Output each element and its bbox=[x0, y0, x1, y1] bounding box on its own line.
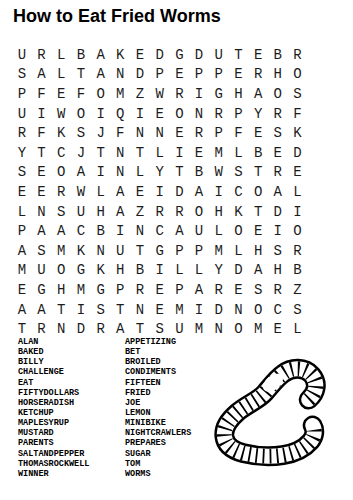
grid-cell[interactable]: K bbox=[71, 241, 91, 261]
grid-cell[interactable]: P bbox=[170, 241, 190, 261]
grid-cell[interactable]: I bbox=[150, 261, 170, 281]
grid-cell[interactable]: A bbox=[110, 202, 130, 222]
grid-cell[interactable]: I bbox=[91, 163, 111, 183]
word-list-item: EAT bbox=[18, 378, 89, 388]
grid-cell[interactable]: L bbox=[288, 319, 308, 339]
grid-cell[interactable]: L bbox=[189, 261, 209, 281]
grid-cell[interactable]: L bbox=[209, 221, 229, 241]
grid-cell[interactable]: O bbox=[229, 221, 249, 241]
grid-cell[interactable]: M bbox=[110, 84, 130, 104]
grid-cell[interactable]: F bbox=[32, 84, 52, 104]
grid-cell[interactable]: T bbox=[32, 143, 52, 163]
word-list-item: WORMS bbox=[125, 469, 191, 479]
grid-cell[interactable]: O bbox=[189, 202, 209, 222]
grid-cell[interactable]: N bbox=[110, 65, 130, 85]
grid-cell[interactable]: N bbox=[150, 123, 170, 143]
grid-cell[interactable]: I bbox=[32, 104, 52, 124]
grid-cell[interactable]: A bbox=[32, 65, 52, 85]
grid-cell[interactable]: O bbox=[51, 261, 71, 281]
grid-cell[interactable]: R bbox=[150, 202, 170, 222]
grid-cell[interactable]: W bbox=[209, 163, 229, 183]
grid-cell[interactable]: T bbox=[248, 202, 268, 222]
grid-cell[interactable]: I bbox=[150, 182, 170, 202]
grid-cell[interactable]: S bbox=[91, 300, 111, 320]
grid-cell[interactable]: F bbox=[32, 123, 52, 143]
grid-cell[interactable]: D bbox=[130, 65, 150, 85]
grid-cell[interactable]: M bbox=[209, 143, 229, 163]
grid-cell[interactable]: N bbox=[130, 221, 150, 241]
grid-cell[interactable]: E bbox=[248, 221, 268, 241]
worksheet-page: How to Eat Fried Worms URLBAKEDGDUTEBRSA… bbox=[0, 0, 353, 500]
grid-cell[interactable]: E bbox=[12, 182, 32, 202]
grid-cell[interactable]: O bbox=[248, 182, 268, 202]
grid-cell[interactable]: P bbox=[209, 123, 229, 143]
grid-cell[interactable]: S bbox=[32, 241, 52, 261]
grid-cell[interactable]: E bbox=[150, 280, 170, 300]
grid-cell[interactable]: U bbox=[189, 221, 209, 241]
word-list-left: ALANBAKEDBILLYCHALLENGEEATFIFTYDOLLARSHO… bbox=[18, 337, 89, 479]
grid-cell[interactable]: E bbox=[170, 65, 190, 85]
grid-cell[interactable]: Z bbox=[130, 84, 150, 104]
grid-cell[interactable]: B bbox=[248, 143, 268, 163]
grid-cell[interactable]: H bbox=[229, 84, 249, 104]
grid-cell[interactable]: R bbox=[32, 319, 52, 339]
grid-cell[interactable]: R bbox=[209, 104, 229, 124]
word-list-item: CHALLENGE bbox=[18, 367, 89, 377]
grid-cell[interactable]: A bbox=[12, 300, 32, 320]
grid-cell[interactable]: U bbox=[12, 45, 32, 65]
grid-cell[interactable]: N bbox=[189, 104, 209, 124]
grid-cell[interactable]: I bbox=[91, 104, 111, 124]
grid-cell[interactable]: H bbox=[268, 261, 288, 281]
grid-cell[interactable]: Y bbox=[209, 261, 229, 281]
grid-cell[interactable]: C bbox=[229, 182, 249, 202]
grid-cell[interactable]: I bbox=[170, 143, 190, 163]
grid-cell[interactable]: R bbox=[91, 319, 111, 339]
grid-cell[interactable]: A bbox=[110, 182, 130, 202]
grid-cell[interactable]: B bbox=[71, 45, 91, 65]
grid-cell[interactable]: A bbox=[110, 319, 130, 339]
worm-illustration bbox=[210, 357, 326, 469]
word-list-item: MAPLESYRUP bbox=[18, 418, 89, 428]
grid-cell[interactable]: K bbox=[91, 261, 111, 281]
word-list-item: JOE bbox=[125, 398, 191, 408]
grid-cell[interactable]: I bbox=[189, 84, 209, 104]
grid-cell[interactable]: A bbox=[189, 280, 209, 300]
grid-cell[interactable]: I bbox=[110, 221, 130, 241]
grid-cell[interactable]: S bbox=[12, 65, 32, 85]
word-list-item: WINNER bbox=[18, 469, 89, 479]
grid-cell[interactable]: U bbox=[110, 241, 130, 261]
grid-cell[interactable]: A bbox=[189, 182, 209, 202]
grid-cell[interactable]: L bbox=[229, 143, 249, 163]
grid-cell[interactable]: R bbox=[248, 65, 268, 85]
grid-cell[interactable]: W bbox=[51, 104, 71, 124]
word-list-item: PARENTS bbox=[18, 438, 89, 448]
grid-cell[interactable]: W bbox=[71, 182, 91, 202]
grid-cell[interactable]: A bbox=[248, 261, 268, 281]
grid-cell[interactable]: B bbox=[91, 221, 111, 241]
grid-cell[interactable]: O bbox=[51, 163, 71, 183]
word-list-item: MUSTARD bbox=[18, 428, 89, 438]
grid-cell[interactable]: T bbox=[130, 241, 150, 261]
grid-cell[interactable]: R bbox=[288, 45, 308, 65]
grid-cell[interactable]: U bbox=[71, 202, 91, 222]
grid-cell[interactable]: U bbox=[12, 104, 32, 124]
grid-cell[interactable]: E bbox=[130, 45, 150, 65]
grid-cell[interactable]: H bbox=[91, 202, 111, 222]
grid-cell[interactable]: A bbox=[32, 221, 52, 241]
grid-cell[interactable]: L bbox=[150, 143, 170, 163]
grid-cell[interactable]: T bbox=[248, 163, 268, 183]
grid-cell[interactable]: P bbox=[12, 221, 32, 241]
grid-cell[interactable]: E bbox=[150, 300, 170, 320]
grid-cell[interactable]: L bbox=[51, 65, 71, 85]
grid-cell[interactable]: O bbox=[170, 104, 190, 124]
grid-cell[interactable]: Z bbox=[130, 202, 150, 222]
grid-cell[interactable]: G bbox=[32, 280, 52, 300]
grid-cell[interactable]: E bbox=[268, 143, 288, 163]
grid-cell[interactable]: S bbox=[248, 280, 268, 300]
grid-cell[interactable]: R bbox=[268, 163, 288, 183]
grid-cell[interactable]: O bbox=[288, 221, 308, 241]
puzzle-title: How to Eat Fried Worms bbox=[13, 6, 221, 27]
grid-cell[interactable]: G bbox=[150, 241, 170, 261]
grid-cell[interactable]: D bbox=[150, 45, 170, 65]
grid-cell[interactable]: L bbox=[170, 261, 190, 281]
grid-cell[interactable]: E bbox=[32, 182, 52, 202]
grid-cell[interactable]: M bbox=[248, 319, 268, 339]
grid-cell[interactable]: Y bbox=[150, 163, 170, 183]
grid-cell[interactable]: P bbox=[229, 104, 249, 124]
grid-cell[interactable]: F bbox=[110, 123, 130, 143]
grid-cell[interactable]: U bbox=[170, 319, 190, 339]
grid-cell[interactable]: U bbox=[32, 261, 52, 281]
grid-cell[interactable]: D bbox=[189, 45, 209, 65]
word-list-item: APPETIZING bbox=[125, 337, 191, 347]
grid-cell[interactable]: S bbox=[288, 300, 308, 320]
grid-cell[interactable]: E bbox=[130, 182, 150, 202]
grid-cell[interactable]: N bbox=[91, 241, 111, 261]
grid-cell[interactable]: A bbox=[71, 163, 91, 183]
grid-cell[interactable]: L bbox=[12, 202, 32, 222]
grid-cell[interactable]: H bbox=[110, 261, 130, 281]
word-list-item: NIGHTCRAWLERS bbox=[125, 428, 191, 438]
grid-cell[interactable]: O bbox=[248, 300, 268, 320]
word-list-item: CONDIMENTS bbox=[125, 367, 191, 377]
worm-icon bbox=[210, 357, 326, 469]
grid-cell[interactable]: T bbox=[91, 143, 111, 163]
grid-cell[interactable]: G bbox=[209, 84, 229, 104]
grid-cell[interactable]: S bbox=[229, 163, 249, 183]
grid-cell[interactable]: E bbox=[51, 84, 71, 104]
grid-cell[interactable]: R bbox=[51, 182, 71, 202]
grid-cell[interactable]: P bbox=[209, 65, 229, 85]
grid-cell[interactable]: N bbox=[51, 319, 71, 339]
word-list-item: SUGAR bbox=[125, 449, 191, 459]
word-list-item: BAKED bbox=[18, 347, 89, 357]
grid-cell[interactable]: G bbox=[71, 261, 91, 281]
grid-cell[interactable]: P bbox=[110, 280, 130, 300]
grid-cell[interactable]: T bbox=[51, 300, 71, 320]
grid-cell[interactable]: E bbox=[12, 280, 32, 300]
word-list-item: TOM bbox=[125, 459, 191, 469]
grid-cell[interactable]: P bbox=[189, 65, 209, 85]
grid-cell[interactable]: L bbox=[130, 163, 150, 183]
word-list-item: HORSERADISH bbox=[18, 398, 89, 408]
grid-cell[interactable]: O bbox=[288, 65, 308, 85]
grid-cell[interactable]: A bbox=[268, 182, 288, 202]
grid-cell[interactable]: K bbox=[110, 45, 130, 65]
grid-cell[interactable]: D bbox=[288, 143, 308, 163]
grid-cell[interactable]: R bbox=[189, 123, 209, 143]
word-list-item: KETCHUP bbox=[18, 408, 89, 418]
grid-cell[interactable]: S bbox=[288, 84, 308, 104]
grid-cell[interactable]: T bbox=[130, 319, 150, 339]
grid-cell[interactable]: E bbox=[229, 65, 249, 85]
grid-cell[interactable]: L bbox=[229, 241, 249, 261]
grid-cell[interactable]: E bbox=[268, 319, 288, 339]
grid-cell[interactable]: R bbox=[170, 84, 190, 104]
word-list-item: SALTANDPEPPER bbox=[18, 449, 89, 459]
grid-cell[interactable]: N bbox=[209, 319, 229, 339]
grid-cell[interactable]: N bbox=[130, 123, 150, 143]
grid-cell[interactable]: I bbox=[130, 104, 150, 124]
grid-cell[interactable]: I bbox=[209, 182, 229, 202]
word-list-item: BILLY bbox=[18, 357, 89, 367]
grid-cell[interactable]: S bbox=[268, 123, 288, 143]
grid-cell[interactable]: S bbox=[12, 163, 32, 183]
grid-cell[interactable]: E bbox=[189, 143, 209, 163]
grid-cell[interactable]: E bbox=[170, 123, 190, 143]
grid-cell[interactable]: F bbox=[229, 123, 249, 143]
grid-cell[interactable]: A bbox=[91, 65, 111, 85]
grid-cell[interactable]: B bbox=[130, 261, 150, 281]
word-list-item: LEMON bbox=[125, 408, 191, 418]
grid-cell[interactable]: R bbox=[170, 202, 190, 222]
grid-cell[interactable]: L bbox=[91, 182, 111, 202]
grid-cell[interactable]: R bbox=[209, 280, 229, 300]
grid-cell[interactable]: M bbox=[12, 261, 32, 281]
grid-cell[interactable]: I bbox=[268, 221, 288, 241]
grid-cell[interactable]: E bbox=[150, 104, 170, 124]
grid-cell[interactable]: D bbox=[170, 182, 190, 202]
grid-cell[interactable]: E bbox=[229, 280, 249, 300]
grid-cell[interactable]: H bbox=[51, 280, 71, 300]
grid-cell[interactable]: D bbox=[229, 261, 249, 281]
grid-cell[interactable]: S bbox=[268, 241, 288, 261]
grid-cell[interactable]: K bbox=[229, 202, 249, 222]
word-list-item: BROILED bbox=[125, 357, 191, 367]
grid-cell[interactable]: R bbox=[130, 280, 150, 300]
grid-cell[interactable]: A bbox=[91, 45, 111, 65]
grid-cell[interactable]: G bbox=[91, 280, 111, 300]
grid-cell[interactable]: R bbox=[12, 123, 32, 143]
grid-cell[interactable]: A bbox=[248, 84, 268, 104]
grid-cell[interactable]: W bbox=[150, 84, 170, 104]
grid-cell[interactable]: C bbox=[51, 143, 71, 163]
grid-cell[interactable]: T bbox=[12, 319, 32, 339]
grid-cell[interactable]: Y bbox=[12, 143, 32, 163]
grid-cell[interactable]: D bbox=[71, 319, 91, 339]
grid-cell[interactable]: A bbox=[12, 241, 32, 261]
grid-cell[interactable]: A bbox=[51, 221, 71, 241]
grid-cell[interactable]: N bbox=[110, 163, 130, 183]
grid-cell[interactable]: Q bbox=[110, 104, 130, 124]
grid-cell[interactable]: O bbox=[71, 104, 91, 124]
word-list-item: MINIBIKE bbox=[125, 418, 191, 428]
grid-cell[interactable]: R bbox=[32, 45, 52, 65]
grid-cell[interactable]: P bbox=[189, 241, 209, 261]
grid-cell[interactable]: F bbox=[71, 84, 91, 104]
grid-cell[interactable]: N bbox=[130, 300, 150, 320]
word-list-item: ALAN bbox=[18, 337, 89, 347]
grid-cell[interactable]: C bbox=[71, 221, 91, 241]
grid-cell[interactable]: I bbox=[71, 300, 91, 320]
word-list-right: APPETIZINGBETBROILEDCONDIMENTSFIFTEENFRI… bbox=[125, 337, 191, 479]
grid-cell[interactable]: E bbox=[248, 45, 268, 65]
grid-cell[interactable]: N bbox=[32, 202, 52, 222]
grid-cell[interactable]: E bbox=[248, 123, 268, 143]
grid-cell[interactable]: O bbox=[91, 84, 111, 104]
grid-cell[interactable]: O bbox=[268, 84, 288, 104]
grid-cell[interactable]: R bbox=[288, 241, 308, 261]
word-search-grid: URLBAKEDGDUTEBRSALTANDPEPPERHOPFEFOMZWRI… bbox=[12, 45, 307, 339]
grid-cell[interactable]: D bbox=[268, 202, 288, 222]
grid-cell[interactable]: A bbox=[170, 221, 190, 241]
word-list-item: PREPARES bbox=[125, 438, 191, 448]
grid-cell[interactable]: C bbox=[150, 221, 170, 241]
grid-cell[interactable]: T bbox=[110, 300, 130, 320]
grid-cell[interactable]: L bbox=[51, 45, 71, 65]
grid-cell[interactable]: N bbox=[229, 300, 249, 320]
grid-cell[interactable]: M bbox=[189, 319, 209, 339]
word-list-item: THOMASROCKWELL bbox=[18, 459, 89, 469]
grid-cell[interactable]: T bbox=[170, 163, 190, 183]
grid-cell[interactable]: M bbox=[71, 280, 91, 300]
grid-cell[interactable]: A bbox=[32, 300, 52, 320]
grid-cell[interactable]: I bbox=[288, 202, 308, 222]
grid-cell[interactable]: S bbox=[51, 202, 71, 222]
grid-cell[interactable]: N bbox=[110, 143, 130, 163]
grid-cell[interactable]: G bbox=[170, 45, 190, 65]
grid-cell[interactable]: E bbox=[32, 163, 52, 183]
grid-cell[interactable]: T bbox=[130, 143, 150, 163]
grid-cell[interactable]: D bbox=[209, 300, 229, 320]
grid-cell[interactable]: T bbox=[71, 65, 91, 85]
grid-cell[interactable]: Y bbox=[248, 104, 268, 124]
grid-cell[interactable]: T bbox=[229, 45, 249, 65]
grid-cell[interactable]: B bbox=[268, 45, 288, 65]
grid-cell[interactable]: M bbox=[209, 241, 229, 261]
grid-cell[interactable]: R bbox=[268, 280, 288, 300]
grid-cell[interactable]: P bbox=[170, 280, 190, 300]
grid-cell[interactable]: P bbox=[150, 65, 170, 85]
grid-cell[interactable]: H bbox=[209, 202, 229, 222]
word-list-item: FRIED bbox=[125, 388, 191, 398]
grid-cell[interactable]: P bbox=[12, 84, 32, 104]
grid-cell[interactable]: I bbox=[189, 300, 209, 320]
grid-cell[interactable]: S bbox=[71, 123, 91, 143]
grid-cell[interactable]: O bbox=[229, 319, 249, 339]
grid-cell[interactable]: E bbox=[288, 163, 308, 183]
grid-cell[interactable]: Z bbox=[288, 280, 308, 300]
grid-cell[interactable]: U bbox=[209, 45, 229, 65]
word-list-item: FIFTEEN bbox=[125, 378, 191, 388]
grid-cell[interactable]: M bbox=[51, 241, 71, 261]
grid-cell[interactable]: H bbox=[248, 241, 268, 261]
grid-cell[interactable]: R bbox=[268, 104, 288, 124]
word-list-item: FIFTYDOLLARS bbox=[18, 388, 89, 398]
grid-cell[interactable]: J bbox=[71, 143, 91, 163]
grid-cell[interactable]: L bbox=[288, 182, 308, 202]
grid-cell[interactable]: H bbox=[268, 65, 288, 85]
word-list-item: BET bbox=[125, 347, 191, 357]
grid-cell[interactable]: F bbox=[288, 104, 308, 124]
grid-cell[interactable]: C bbox=[268, 300, 288, 320]
grid-cell[interactable]: K bbox=[288, 123, 308, 143]
grid-cell[interactable]: M bbox=[170, 300, 190, 320]
grid-cell[interactable]: B bbox=[288, 261, 308, 281]
grid-cell[interactable]: S bbox=[150, 319, 170, 339]
grid-cell[interactable]: B bbox=[189, 163, 209, 183]
grid-cell[interactable]: J bbox=[91, 123, 111, 143]
grid-cell[interactable]: K bbox=[51, 123, 71, 143]
